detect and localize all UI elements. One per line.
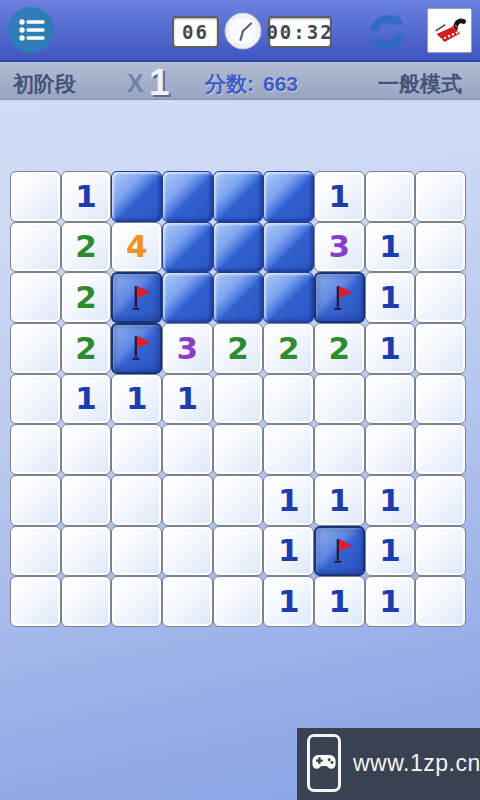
menu-button[interactable] — [7, 6, 55, 54]
refresh-button[interactable] — [358, 10, 416, 54]
clock-icon — [224, 12, 262, 50]
mine-counter-value: 06 — [182, 21, 209, 43]
sweeper-tool-button[interactable] — [427, 8, 472, 53]
cell-4-2[interactable]: 1 — [111, 374, 162, 425]
cell-6-0[interactable] — [10, 475, 61, 526]
cell-3-7[interactable]: 1 — [365, 323, 416, 374]
cell-6-1[interactable] — [61, 475, 112, 526]
cell-6-7[interactable]: 1 — [365, 475, 416, 526]
gamepad-icon — [312, 753, 336, 774]
app-root: 06 00:32 — [0, 0, 480, 800]
cell-3-5[interactable]: 2 — [263, 323, 314, 374]
cell-3-3[interactable]: 3 — [162, 323, 213, 374]
cell-3-2[interactable] — [111, 323, 162, 374]
cell-7-3[interactable] — [162, 526, 213, 577]
cell-5-0[interactable] — [10, 424, 61, 475]
cell-8-3[interactable] — [162, 576, 213, 627]
cell-1-4[interactable] — [213, 222, 264, 273]
cell-4-8[interactable] — [415, 374, 466, 425]
cell-4-5[interactable] — [263, 374, 314, 425]
cell-7-8[interactable] — [415, 526, 466, 577]
cell-1-1[interactable]: 2 — [61, 222, 112, 273]
cell-3-6[interactable]: 2 — [314, 323, 365, 374]
cell-7-6[interactable] — [314, 526, 365, 577]
cell-8-2[interactable] — [111, 576, 162, 627]
cell-5-8[interactable] — [415, 424, 466, 475]
cell-0-7[interactable] — [365, 171, 416, 222]
cell-6-2[interactable] — [111, 475, 162, 526]
cell-5-3[interactable] — [162, 424, 213, 475]
level-label: 初阶段 — [13, 70, 76, 98]
cell-4-7[interactable] — [365, 374, 416, 425]
cell-7-2[interactable] — [111, 526, 162, 577]
cell-2-7[interactable]: 1 — [365, 272, 416, 323]
cell-2-3[interactable] — [162, 272, 213, 323]
cell-1-2[interactable]: 4 — [111, 222, 162, 273]
cell-1-6[interactable]: 3 — [314, 222, 365, 273]
cell-6-6[interactable]: 1 — [314, 475, 365, 526]
cell-8-8[interactable] — [415, 576, 466, 627]
watermark-url: www.1zp.cn — [353, 750, 480, 777]
cell-5-2[interactable] — [111, 424, 162, 475]
mine-counter: 06 — [172, 16, 219, 48]
refresh-icon — [358, 42, 416, 57]
score-value: 663 — [263, 72, 298, 95]
cell-1-0[interactable] — [10, 222, 61, 273]
score-label: 分数: — [205, 72, 254, 95]
cell-7-5[interactable]: 1 — [263, 526, 314, 577]
cell-5-5[interactable] — [263, 424, 314, 475]
cell-8-6[interactable]: 1 — [314, 576, 365, 627]
board: 1124312123222111111111111 — [10, 171, 466, 627]
multiplier-x: X — [127, 69, 144, 98]
phone-frame-icon — [307, 734, 341, 792]
cell-3-1[interactable]: 2 — [61, 323, 112, 374]
cell-1-3[interactable] — [162, 222, 213, 273]
cell-0-4[interactable] — [213, 171, 264, 222]
timer-display: 00:32 — [268, 16, 332, 48]
cell-3-8[interactable] — [415, 323, 466, 374]
cell-3-4[interactable]: 2 — [213, 323, 264, 374]
cell-5-1[interactable] — [61, 424, 112, 475]
cell-1-8[interactable] — [415, 222, 466, 273]
cell-6-4[interactable] — [213, 475, 264, 526]
cell-2-4[interactable] — [213, 272, 264, 323]
cell-2-6[interactable] — [314, 272, 365, 323]
cell-4-1[interactable]: 1 — [61, 374, 112, 425]
cell-0-1[interactable]: 1 — [61, 171, 112, 222]
cell-1-7[interactable]: 1 — [365, 222, 416, 273]
cell-8-5[interactable]: 1 — [263, 576, 314, 627]
score: 分数:663 — [205, 70, 298, 98]
watermark[interactable]: www.1zp.cn — [297, 728, 480, 800]
cell-2-1[interactable]: 2 — [61, 272, 112, 323]
cell-6-8[interactable] — [415, 475, 466, 526]
cell-7-4[interactable] — [213, 526, 264, 577]
cell-4-3[interactable]: 1 — [162, 374, 213, 425]
flag-icon — [120, 330, 154, 366]
cell-7-7[interactable]: 1 — [365, 526, 416, 577]
cell-4-6[interactable] — [314, 374, 365, 425]
cell-4-0[interactable] — [10, 374, 61, 425]
list-icon — [7, 42, 55, 57]
cell-0-3[interactable] — [162, 171, 213, 222]
cell-7-0[interactable] — [10, 526, 61, 577]
cell-8-0[interactable] — [10, 576, 61, 627]
cell-8-7[interactable]: 1 — [365, 576, 416, 627]
cell-1-5[interactable] — [263, 222, 314, 273]
cell-0-2[interactable] — [111, 171, 162, 222]
cell-2-5[interactable] — [263, 272, 314, 323]
cell-0-8[interactable] — [415, 171, 466, 222]
cell-0-6[interactable]: 1 — [314, 171, 365, 222]
cell-2-2[interactable] — [111, 272, 162, 323]
mode-label: 一般模式 — [378, 70, 462, 98]
flag-icon — [322, 280, 356, 316]
cell-7-1[interactable] — [61, 526, 112, 577]
mine-sweeper-tool-icon — [431, 37, 469, 52]
cell-5-6[interactable] — [314, 424, 365, 475]
cell-2-8[interactable] — [415, 272, 466, 323]
cell-0-0[interactable] — [10, 171, 61, 222]
cell-8-1[interactable] — [61, 576, 112, 627]
cell-6-3[interactable] — [162, 475, 213, 526]
cell-3-0[interactable] — [10, 323, 61, 374]
flag-icon — [322, 533, 356, 569]
timer-value: 00:32 — [266, 21, 333, 43]
cell-6-5[interactable]: 1 — [263, 475, 314, 526]
cell-2-0[interactable] — [10, 272, 61, 323]
flag-icon — [120, 280, 154, 316]
cell-5-4[interactable] — [213, 424, 264, 475]
cell-4-4[interactable] — [213, 374, 264, 425]
status-bar: 初阶段 X 1 分数:663 一般模式 — [0, 62, 480, 100]
top-bar: 06 00:32 — [0, 0, 480, 62]
cell-0-5[interactable] — [263, 171, 314, 222]
cell-8-4[interactable] — [213, 576, 264, 627]
multiplier-value: 1 — [149, 62, 170, 106]
cell-5-7[interactable] — [365, 424, 416, 475]
